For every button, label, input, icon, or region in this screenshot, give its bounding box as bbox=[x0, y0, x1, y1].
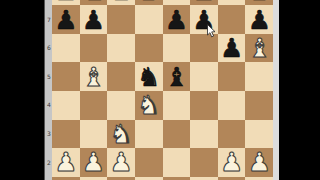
square-d7[interactable] bbox=[135, 5, 163, 34]
square-d2[interactable] bbox=[135, 148, 163, 177]
square-a3[interactable] bbox=[52, 120, 80, 149]
square-a5[interactable] bbox=[52, 62, 80, 91]
square-d6[interactable] bbox=[135, 34, 163, 63]
square-g2[interactable]: ♟ bbox=[218, 148, 246, 177]
square-f1[interactable]: ♜ bbox=[190, 177, 218, 180]
square-g3[interactable] bbox=[218, 120, 246, 149]
square-d5[interactable]: ♞ bbox=[135, 62, 163, 91]
square-b7[interactable]: ♟ bbox=[80, 5, 108, 34]
square-c1[interactable] bbox=[107, 177, 135, 180]
piece-black-pawn: ♟ bbox=[82, 5, 105, 33]
square-c5[interactable] bbox=[107, 62, 135, 91]
square-e7[interactable]: ♟ bbox=[163, 5, 191, 34]
piece-white-pawn: ♟ bbox=[248, 148, 271, 176]
square-b3[interactable] bbox=[80, 120, 108, 149]
square-c3[interactable]: ♞ bbox=[107, 120, 135, 149]
square-b5[interactable]: ♝ bbox=[80, 62, 108, 91]
screenshot-root: 765432 ♜♞♝♛♜♚♟♟♟♟♟♟♝♝♞♝♞♞♟♟♟♟♟♜♛♜♚ bbox=[0, 0, 320, 180]
square-d1[interactable]: ♛ bbox=[135, 177, 163, 180]
piece-black-rook: ♜ bbox=[192, 0, 215, 4]
square-a7[interactable]: ♟ bbox=[52, 5, 80, 34]
piece-black-pawn: ♟ bbox=[165, 5, 188, 33]
piece-white-pawn: ♟ bbox=[220, 148, 243, 176]
square-g6[interactable]: ♟ bbox=[218, 34, 246, 63]
piece-black-knight: ♞ bbox=[82, 0, 105, 4]
square-h1[interactable] bbox=[245, 177, 273, 180]
square-b6[interactable] bbox=[80, 34, 108, 63]
piece-black-queen: ♛ bbox=[137, 0, 160, 4]
square-d4[interactable]: ♞ bbox=[135, 91, 163, 120]
piece-black-bishop: ♝ bbox=[109, 0, 132, 4]
piece-white-rook: ♜ bbox=[192, 177, 215, 180]
piece-white-pawn: ♟ bbox=[82, 148, 105, 176]
square-c6[interactable] bbox=[107, 34, 135, 63]
square-a4[interactable] bbox=[52, 91, 80, 120]
square-e3[interactable] bbox=[163, 120, 191, 149]
square-e1[interactable] bbox=[163, 177, 191, 180]
board-right-margin bbox=[273, 0, 279, 180]
square-g5[interactable] bbox=[218, 62, 246, 91]
piece-white-bishop: ♝ bbox=[248, 34, 271, 62]
square-f4[interactable] bbox=[190, 91, 218, 120]
piece-white-pawn: ♟ bbox=[109, 148, 132, 176]
piece-black-pawn: ♟ bbox=[220, 34, 243, 62]
piece-black-bishop: ♝ bbox=[165, 62, 188, 90]
square-h2[interactable]: ♟ bbox=[245, 148, 273, 177]
piece-white-knight: ♞ bbox=[109, 119, 132, 147]
square-c2[interactable]: ♟ bbox=[107, 148, 135, 177]
square-h7[interactable]: ♟ bbox=[245, 5, 273, 34]
chess-board[interactable]: ♜♞♝♛♜♚♟♟♟♟♟♟♝♝♞♝♞♞♟♟♟♟♟♜♛♜♚ bbox=[52, 0, 273, 180]
piece-black-knight: ♞ bbox=[137, 62, 160, 90]
square-a2[interactable]: ♟ bbox=[52, 148, 80, 177]
piece-white-knight: ♞ bbox=[137, 91, 160, 119]
piece-black-pawn: ♟ bbox=[248, 5, 271, 33]
piece-white-king: ♚ bbox=[220, 177, 243, 180]
square-f5[interactable] bbox=[190, 62, 218, 91]
square-e4[interactable] bbox=[163, 91, 191, 120]
piece-white-rook: ♜ bbox=[54, 177, 77, 180]
square-c4[interactable] bbox=[107, 91, 135, 120]
square-a6[interactable] bbox=[52, 34, 80, 63]
piece-white-pawn: ♟ bbox=[54, 148, 77, 176]
square-a1[interactable]: ♜ bbox=[52, 177, 80, 180]
square-d3[interactable] bbox=[135, 120, 163, 149]
square-f2[interactable] bbox=[190, 148, 218, 177]
piece-black-king: ♚ bbox=[248, 0, 271, 4]
piece-black-pawn: ♟ bbox=[54, 5, 77, 33]
square-h6[interactable]: ♝ bbox=[245, 34, 273, 63]
square-f3[interactable] bbox=[190, 120, 218, 149]
square-g4[interactable] bbox=[218, 91, 246, 120]
square-g7[interactable] bbox=[218, 5, 246, 34]
mouse-cursor-icon bbox=[207, 24, 217, 39]
square-b2[interactable]: ♟ bbox=[80, 148, 108, 177]
square-h4[interactable] bbox=[245, 91, 273, 120]
square-b4[interactable] bbox=[80, 91, 108, 120]
square-b1[interactable] bbox=[80, 177, 108, 180]
square-e2[interactable] bbox=[163, 148, 191, 177]
piece-white-bishop: ♝ bbox=[82, 62, 105, 90]
square-g1[interactable]: ♚ bbox=[218, 177, 246, 180]
square-h5[interactable] bbox=[245, 62, 273, 91]
piece-black-rook: ♜ bbox=[54, 0, 77, 4]
square-e6[interactable] bbox=[163, 34, 191, 63]
piece-white-queen: ♛ bbox=[137, 177, 160, 180]
square-h3[interactable] bbox=[245, 120, 273, 149]
square-e5[interactable]: ♝ bbox=[163, 62, 191, 91]
square-c7[interactable] bbox=[107, 5, 135, 34]
